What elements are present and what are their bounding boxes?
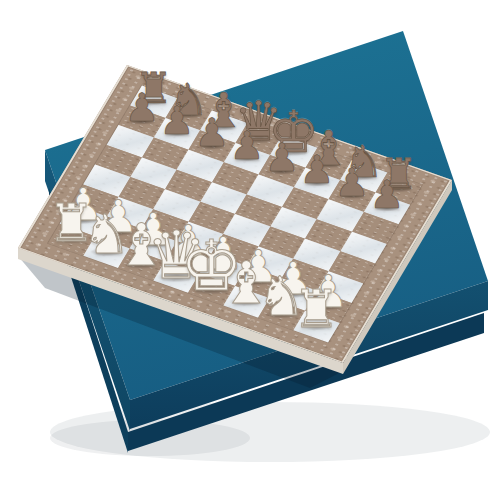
- product-photo-chess-set: { "game": "chess", "scene_description": …: [0, 0, 500, 500]
- pieces-layer: ♜♞♝♛♚♝♞♜♟♟♟♟♟♟♟♟♟♟♟♟♟♟♟♟♜♞♝♛♚♝♞♜: [0, 0, 500, 500]
- piece-brown-pawn-b7[interactable]: ♟: [159, 102, 194, 141]
- piece-brown-pawn-d7[interactable]: ♟: [229, 127, 264, 166]
- piece-brown-pawn-h7[interactable]: ♟: [369, 176, 404, 215]
- piece-brown-pawn-a7[interactable]: ♟: [124, 89, 159, 128]
- piece-brown-pawn-f7[interactable]: ♟: [299, 151, 334, 190]
- piece-white-rook-h1[interactable]: ♜: [293, 284, 340, 336]
- piece-brown-pawn-c7[interactable]: ♟: [194, 114, 229, 153]
- piece-brown-pawn-e7[interactable]: ♟: [264, 139, 299, 178]
- piece-brown-pawn-g7[interactable]: ♟: [334, 164, 369, 203]
